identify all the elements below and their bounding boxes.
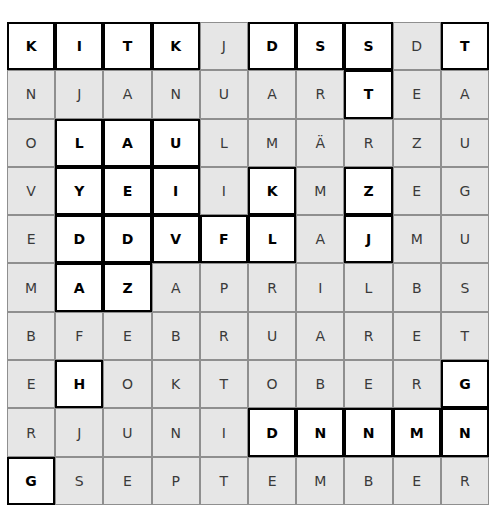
cell-r4c3[interactable]: E	[103, 167, 151, 215]
cell-r4c5[interactable]: I	[200, 167, 248, 215]
cell-r9c4[interactable]: N	[152, 408, 200, 456]
cell-r3c4[interactable]: U	[152, 119, 200, 167]
cell-r6c3[interactable]: Z	[103, 263, 151, 311]
cell-r1c5[interactable]: J	[200, 22, 248, 70]
cell-r4c1[interactable]: V	[7, 167, 55, 215]
cell-r8c2[interactable]: H	[55, 360, 103, 408]
cell-r9c5[interactable]: I	[200, 408, 248, 456]
cell-r9c2[interactable]: J	[55, 408, 103, 456]
cell-r2c9[interactable]: E	[393, 70, 441, 118]
cell-r5c8[interactable]: J	[344, 215, 392, 263]
cell-r10c2[interactable]: S	[55, 457, 103, 505]
cell-r9c3[interactable]: U	[103, 408, 151, 456]
cell-r10c4[interactable]: P	[152, 457, 200, 505]
cell-r1c10[interactable]: T	[441, 22, 489, 70]
cell-r3c7[interactable]: Ä	[296, 119, 344, 167]
cell-r2c8[interactable]: T	[344, 70, 392, 118]
cell-r1c9[interactable]: D	[393, 22, 441, 70]
cell-r4c9[interactable]: E	[393, 167, 441, 215]
cell-r3c1[interactable]: O	[7, 119, 55, 167]
cell-r6c10[interactable]: S	[441, 263, 489, 311]
cell-r1c4[interactable]: K	[152, 22, 200, 70]
cell-r3c2[interactable]: L	[55, 119, 103, 167]
cell-r5c9[interactable]: M	[393, 215, 441, 263]
cell-r8c10[interactable]: G	[441, 360, 489, 408]
cell-r8c8[interactable]: E	[344, 360, 392, 408]
cell-r2c7[interactable]: R	[296, 70, 344, 118]
cell-r9c9[interactable]: M	[393, 408, 441, 456]
cell-r2c10[interactable]: A	[441, 70, 489, 118]
cell-r6c8[interactable]: L	[344, 263, 392, 311]
cell-r6c9[interactable]: B	[393, 263, 441, 311]
cell-r5c3[interactable]: D	[103, 215, 151, 263]
cell-r9c6[interactable]: D	[248, 408, 296, 456]
cell-r3c9[interactable]: Z	[393, 119, 441, 167]
cell-r3c10[interactable]: U	[441, 119, 489, 167]
cell-r7c10[interactable]: T	[441, 312, 489, 360]
cell-r1c2[interactable]: I	[55, 22, 103, 70]
cell-r7c3[interactable]: E	[103, 312, 151, 360]
cell-r4c4[interactable]: I	[152, 167, 200, 215]
cell-r7c5[interactable]: R	[200, 312, 248, 360]
cell-r6c6[interactable]: R	[248, 263, 296, 311]
cell-r10c10[interactable]: R	[441, 457, 489, 505]
cell-r3c3[interactable]: A	[103, 119, 151, 167]
cell-r9c10[interactable]: N	[441, 408, 489, 456]
cell-r3c5[interactable]: L	[200, 119, 248, 167]
cell-r9c1[interactable]: R	[7, 408, 55, 456]
cell-r2c3[interactable]: A	[103, 70, 151, 118]
cell-r2c6[interactable]: A	[248, 70, 296, 118]
cell-r1c6[interactable]: D	[248, 22, 296, 70]
cell-r2c1[interactable]: N	[7, 70, 55, 118]
word-search-grid: KITKJDSSDTNJANUARTEAOLAULMÄRZUVYEIIKMZEG…	[7, 22, 489, 505]
cell-r7c6[interactable]: U	[248, 312, 296, 360]
cell-r8c5[interactable]: T	[200, 360, 248, 408]
cell-r6c5[interactable]: P	[200, 263, 248, 311]
cell-r5c6[interactable]: L	[248, 215, 296, 263]
cell-r7c2[interactable]: F	[55, 312, 103, 360]
cell-r4c8[interactable]: Z	[344, 167, 392, 215]
cell-r6c4[interactable]: A	[152, 263, 200, 311]
cell-r7c7[interactable]: A	[296, 312, 344, 360]
cell-r7c8[interactable]: R	[344, 312, 392, 360]
cell-r4c6[interactable]: K	[248, 167, 296, 215]
cell-r3c6[interactable]: M	[248, 119, 296, 167]
cell-r5c2[interactable]: D	[55, 215, 103, 263]
cell-r10c9[interactable]: E	[393, 457, 441, 505]
cell-r4c2[interactable]: Y	[55, 167, 103, 215]
cell-r10c5[interactable]: T	[200, 457, 248, 505]
cell-r9c7[interactable]: N	[296, 408, 344, 456]
cell-r8c4[interactable]: K	[152, 360, 200, 408]
cell-r7c4[interactable]: B	[152, 312, 200, 360]
cell-r7c9[interactable]: E	[393, 312, 441, 360]
cell-r2c5[interactable]: U	[200, 70, 248, 118]
cell-r3c8[interactable]: R	[344, 119, 392, 167]
cell-r1c8[interactable]: S	[344, 22, 392, 70]
cell-r1c1[interactable]: K	[7, 22, 55, 70]
cell-r1c7[interactable]: S	[296, 22, 344, 70]
cell-r5c10[interactable]: U	[441, 215, 489, 263]
cell-r7c1[interactable]: B	[7, 312, 55, 360]
cell-r10c7[interactable]: M	[296, 457, 344, 505]
cell-r6c1[interactable]: M	[7, 263, 55, 311]
cell-r2c4[interactable]: N	[152, 70, 200, 118]
cell-r6c7[interactable]: I	[296, 263, 344, 311]
cell-r2c2[interactable]: J	[55, 70, 103, 118]
cell-r10c1[interactable]: G	[7, 457, 55, 505]
cell-r8c6[interactable]: O	[248, 360, 296, 408]
cell-r8c7[interactable]: B	[296, 360, 344, 408]
cell-r10c3[interactable]: E	[103, 457, 151, 505]
cell-r9c8[interactable]: N	[344, 408, 392, 456]
cell-r8c3[interactable]: O	[103, 360, 151, 408]
cell-r10c8[interactable]: B	[344, 457, 392, 505]
cell-r4c10[interactable]: G	[441, 167, 489, 215]
cell-r6c2[interactable]: A	[55, 263, 103, 311]
cell-r5c5[interactable]: F	[200, 215, 248, 263]
cell-r10c6[interactable]: E	[248, 457, 296, 505]
cell-r8c1[interactable]: E	[7, 360, 55, 408]
cell-r5c4[interactable]: V	[152, 215, 200, 263]
cell-r4c7[interactable]: M	[296, 167, 344, 215]
cell-r5c1[interactable]: E	[7, 215, 55, 263]
cell-r1c3[interactable]: T	[103, 22, 151, 70]
cell-r5c7[interactable]: A	[296, 215, 344, 263]
cell-r8c9[interactable]: R	[393, 360, 441, 408]
